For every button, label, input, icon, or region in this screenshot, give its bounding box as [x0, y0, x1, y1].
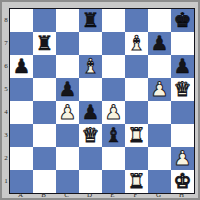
square-d6[interactable]: ♝: [79, 55, 102, 78]
square-e7[interactable]: [102, 32, 125, 55]
square-g7[interactable]: ♟: [148, 32, 171, 55]
square-b1[interactable]: [33, 170, 56, 193]
square-c3[interactable]: [56, 124, 79, 147]
square-d5[interactable]: [79, 78, 102, 101]
black-pawn[interactable]: ♟: [10, 55, 33, 78]
square-c4[interactable]: ♟: [56, 101, 79, 124]
rank-label-3: 3: [3, 131, 9, 138]
square-g2[interactable]: [148, 147, 171, 170]
square-d4[interactable]: ♟: [79, 101, 102, 124]
white-pawn[interactable]: ♟: [56, 101, 79, 124]
white-queen[interactable]: ♛: [171, 78, 194, 101]
square-h4[interactable]: [171, 101, 194, 124]
square-h7[interactable]: [171, 32, 194, 55]
black-bishop[interactable]: ♝: [102, 124, 125, 147]
square-c7[interactable]: [56, 32, 79, 55]
square-b2[interactable]: [33, 147, 56, 170]
chess-board: ♜♚♜♝♟♟♝♟♟♟♛♟♟♟♛♝♜♟♜♚: [9, 8, 195, 194]
square-a1[interactable]: [10, 170, 33, 193]
black-rook[interactable]: ♜: [79, 9, 102, 32]
square-f8[interactable]: [125, 9, 148, 32]
square-g4[interactable]: [148, 101, 171, 124]
white-rook[interactable]: ♜: [125, 170, 148, 193]
square-e6[interactable]: [102, 55, 125, 78]
white-bishop[interactable]: ♝: [79, 55, 102, 78]
file-label-a: A: [18, 192, 23, 199]
square-g6[interactable]: [148, 55, 171, 78]
square-a4[interactable]: [10, 101, 33, 124]
rank-label-1: 1: [3, 177, 9, 184]
square-d1[interactable]: [79, 170, 102, 193]
black-pawn[interactable]: ♟: [79, 101, 102, 124]
square-h5[interactable]: ♛: [171, 78, 194, 101]
square-a2[interactable]: [10, 147, 33, 170]
square-c5[interactable]: ♟: [56, 78, 79, 101]
square-c2[interactable]: [56, 147, 79, 170]
square-a6[interactable]: ♟: [10, 55, 33, 78]
file-label-b: B: [41, 192, 46, 199]
square-g3[interactable]: [148, 124, 171, 147]
white-pawn[interactable]: ♟: [171, 147, 194, 170]
square-b7[interactable]: ♜: [33, 32, 56, 55]
square-e1[interactable]: [102, 170, 125, 193]
square-b8[interactable]: [33, 9, 56, 32]
square-d8[interactable]: ♜: [79, 9, 102, 32]
rank-label-5: 5: [3, 85, 9, 92]
square-h1[interactable]: ♚: [171, 170, 194, 193]
board-frame: ♜♚♜♝♟♟♝♟♟♟♛♟♟♟♛♝♜♟♜♚ 87654321 ABCDEFGH: [0, 0, 200, 200]
square-g1[interactable]: [148, 170, 171, 193]
file-label-g: G: [156, 192, 161, 199]
square-d7[interactable]: [79, 32, 102, 55]
square-g8[interactable]: [148, 9, 171, 32]
black-pawn[interactable]: ♟: [56, 78, 79, 101]
rank-label-2: 2: [3, 154, 9, 161]
square-f2[interactable]: [125, 147, 148, 170]
square-d3[interactable]: ♛: [79, 124, 102, 147]
square-f5[interactable]: [125, 78, 148, 101]
square-c6[interactable]: [56, 55, 79, 78]
square-b4[interactable]: [33, 101, 56, 124]
white-rook[interactable]: ♜: [125, 124, 148, 147]
square-a5[interactable]: [10, 78, 33, 101]
square-f3[interactable]: ♜: [125, 124, 148, 147]
rank-label-8: 8: [3, 16, 9, 23]
white-pawn[interactable]: ♟: [148, 78, 171, 101]
square-g5[interactable]: ♟: [148, 78, 171, 101]
square-a7[interactable]: [10, 32, 33, 55]
file-label-f: F: [134, 192, 138, 199]
square-f4[interactable]: [125, 101, 148, 124]
rank-label-4: 4: [3, 108, 9, 115]
black-rook[interactable]: ♜: [33, 32, 56, 55]
square-c1[interactable]: [56, 170, 79, 193]
square-h8[interactable]: ♚: [171, 9, 194, 32]
square-b6[interactable]: [33, 55, 56, 78]
square-e5[interactable]: [102, 78, 125, 101]
white-queen[interactable]: ♛: [79, 124, 102, 147]
rank-label-7: 7: [3, 39, 9, 46]
square-f7[interactable]: ♝: [125, 32, 148, 55]
square-e2[interactable]: [102, 147, 125, 170]
square-h3[interactable]: [171, 124, 194, 147]
square-h6[interactable]: ♟: [171, 55, 194, 78]
file-label-c: C: [64, 192, 69, 199]
square-e3[interactable]: ♝: [102, 124, 125, 147]
file-label-h: H: [179, 192, 184, 199]
white-pawn[interactable]: ♟: [102, 101, 125, 124]
square-h2[interactable]: ♟: [171, 147, 194, 170]
black-pawn[interactable]: ♟: [171, 55, 194, 78]
square-e4[interactable]: ♟: [102, 101, 125, 124]
square-d2[interactable]: [79, 147, 102, 170]
square-b3[interactable]: [33, 124, 56, 147]
white-king[interactable]: ♚: [171, 170, 194, 193]
square-b5[interactable]: [33, 78, 56, 101]
black-king[interactable]: ♚: [171, 9, 194, 32]
square-a8[interactable]: [10, 9, 33, 32]
square-e8[interactable]: [102, 9, 125, 32]
file-label-e: E: [110, 192, 114, 199]
square-c8[interactable]: [56, 9, 79, 32]
square-a3[interactable]: [10, 124, 33, 147]
square-f1[interactable]: ♜: [125, 170, 148, 193]
file-label-d: D: [87, 192, 92, 199]
square-f6[interactable]: [125, 55, 148, 78]
black-pawn[interactable]: ♟: [148, 32, 171, 55]
white-bishop[interactable]: ♝: [125, 32, 148, 55]
rank-label-6: 6: [3, 62, 9, 69]
